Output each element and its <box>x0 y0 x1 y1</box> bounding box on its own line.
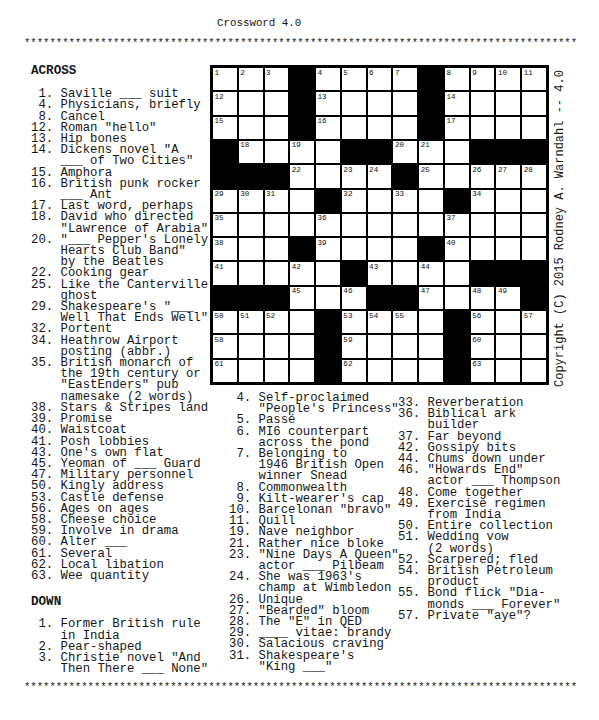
page-title: Crossword 4.0 <box>217 17 301 29</box>
clue-down-46: 46. "Howards End" actor ___ Thompson <box>398 465 560 487</box>
down-clue-list-2: 4. Self-proclaimed "People's Princess" 5… <box>229 393 399 673</box>
black-cell-r9c11 <box>470 261 496 285</box>
cell-r7c9[interactable] <box>418 213 444 237</box>
cell-r6c4[interactable] <box>289 189 315 213</box>
cell-r10c4[interactable]: 45 <box>289 286 315 310</box>
cell-r13c12[interactable] <box>495 359 521 383</box>
clue-down-55: 55. Bond flick "Dia- monds ___ Forever" <box>398 588 560 610</box>
cell-r2c1[interactable]: 12 <box>212 91 238 115</box>
cell-number: 42 <box>292 263 301 271</box>
cell-r8c3[interactable] <box>264 237 290 261</box>
cell-r8c5[interactable]: 39 <box>315 237 341 261</box>
cell-number: 35 <box>215 214 224 222</box>
clue-down-24: 24. She was 1963's champ at Wimbledon <box>229 572 399 594</box>
cell-number: 10 <box>498 69 507 77</box>
cell-r7c12[interactable] <box>495 213 521 237</box>
cell-r2c8[interactable] <box>392 91 418 115</box>
cell-number: 32 <box>343 190 352 198</box>
black-cell-r2c9 <box>418 91 444 115</box>
cell-r9c9[interactable]: 44 <box>418 261 444 285</box>
cell-r11c12[interactable] <box>495 310 521 334</box>
cell-r11c7[interactable]: 54 <box>367 310 393 334</box>
cell-r7c13[interactable] <box>521 213 547 237</box>
black-cell-r2c4 <box>289 91 315 115</box>
cell-r3c6[interactable] <box>341 116 367 140</box>
cell-r9c7[interactable]: 43 <box>367 261 393 285</box>
cell-r8c13[interactable] <box>521 237 547 261</box>
clue-down-57: 57. Private "aye"? <box>398 611 560 622</box>
cell-r7c5[interactable]: 36 <box>315 213 341 237</box>
cell-r10c5[interactable] <box>315 286 341 310</box>
black-cell-r12c10 <box>444 334 470 358</box>
cell-number: 44 <box>421 263 430 271</box>
cell-number: 22 <box>292 166 301 174</box>
cell-number: 15 <box>215 117 224 125</box>
cell-number: 45 <box>292 287 301 295</box>
cell-r13c3[interactable] <box>264 359 290 383</box>
cell-r12c6[interactable]: 59 <box>341 334 367 358</box>
clues-left-column: ACROSS 1. Saville ___ suit 4. Physicians… <box>31 66 208 675</box>
cell-r12c9[interactable] <box>418 334 444 358</box>
cell-r4c9[interactable]: 21 <box>418 140 444 164</box>
separator-top: ****************************************… <box>24 37 577 49</box>
cell-r13c8[interactable] <box>392 359 418 383</box>
cell-number: 3 <box>266 69 271 77</box>
cell-r6c6[interactable]: 32 <box>341 189 367 213</box>
black-cell-r4c12 <box>495 140 521 164</box>
black-cell-r5c1 <box>212 164 238 188</box>
cell-r3c2[interactable] <box>238 116 264 140</box>
cell-r3c1[interactable]: 15 <box>212 116 238 140</box>
cell-number: 7 <box>395 69 400 77</box>
cell-r8c7[interactable] <box>367 237 393 261</box>
cell-r12c11[interactable]: 60 <box>470 334 496 358</box>
cell-r6c1[interactable]: 29 <box>212 189 238 213</box>
cell-r8c8[interactable] <box>392 237 418 261</box>
cell-r8c11[interactable] <box>470 237 496 261</box>
clue-down-51: 51. Wedding vow (2 words) <box>398 532 560 554</box>
cell-number: 53 <box>343 312 352 320</box>
cell-number: 41 <box>215 263 224 271</box>
cell-r10c12[interactable]: 49 <box>495 286 521 310</box>
cell-r8c10[interactable]: 40 <box>444 237 470 261</box>
cell-number: 34 <box>472 190 481 198</box>
clue-down-31: 31. Shakespeare's "King ___" <box>229 651 399 673</box>
cell-r8c12[interactable] <box>495 237 521 261</box>
cell-r6c12[interactable] <box>495 189 521 213</box>
cell-number: 38 <box>215 239 224 247</box>
cell-number: 43 <box>369 263 378 271</box>
cell-r11c6[interactable]: 53 <box>341 310 367 334</box>
black-cell-r4c7 <box>367 140 393 164</box>
cell-number: 16 <box>318 117 327 125</box>
black-cell-r5c2 <box>238 164 264 188</box>
cell-r11c2[interactable]: 51 <box>238 310 264 334</box>
cell-r6c11[interactable]: 34 <box>470 189 496 213</box>
cell-number: 4 <box>318 69 323 77</box>
cell-r11c1[interactable]: 50 <box>212 310 238 334</box>
cell-r5c7[interactable]: 24 <box>367 164 393 188</box>
cell-number: 63 <box>472 360 481 368</box>
cell-r4c4[interactable]: 19 <box>289 140 315 164</box>
clue-down-7: 7. Belonging to 1946 British Open winner… <box>229 449 399 483</box>
black-cell-r4c13 <box>521 140 547 164</box>
cell-r1c10[interactable]: 8 <box>444 67 470 91</box>
cell-r2c5[interactable]: 13 <box>315 91 341 115</box>
cell-r7c3[interactable] <box>264 213 290 237</box>
cell-r2c13[interactable] <box>521 91 547 115</box>
black-cell-r13c10 <box>444 359 470 383</box>
cell-r4c3[interactable] <box>264 140 290 164</box>
cell-r7c4[interactable] <box>289 213 315 237</box>
cell-r13c6[interactable]: 62 <box>341 359 367 383</box>
cell-r13c2[interactable] <box>238 359 264 383</box>
black-cell-r6c10 <box>444 189 470 213</box>
cell-r6c9[interactable] <box>418 189 444 213</box>
clue-down-23: 23. "Nine Days A Queen" actor ___ Pilbea… <box>229 550 399 572</box>
clue-across-18: 18. David who directed "Lawrence of Arab… <box>31 212 208 234</box>
cell-number: 23 <box>343 166 352 174</box>
clue-across-14: 14. Dickens novel "A ___ of Two Cities" <box>31 145 208 167</box>
cell-number: 26 <box>472 166 481 174</box>
black-cell-r3c4 <box>289 116 315 140</box>
cell-number: 2 <box>240 69 245 77</box>
cell-number: 9 <box>472 69 477 77</box>
cell-r13c1[interactable]: 61 <box>212 359 238 383</box>
black-cell-r1c4 <box>289 67 315 91</box>
black-cell-r10c2 <box>238 286 264 310</box>
cell-r11c13[interactable]: 57 <box>521 310 547 334</box>
cell-r2c3[interactable] <box>264 91 290 115</box>
clue-down-3: 3. Christie novel "And Then There ___ No… <box>31 653 208 675</box>
cell-number: 17 <box>446 117 455 125</box>
cell-r12c13[interactable] <box>521 334 547 358</box>
cell-number: 5 <box>343 69 348 77</box>
cell-r4c10[interactable] <box>444 140 470 164</box>
cell-number: 19 <box>292 141 301 149</box>
black-cell-r11c10 <box>444 310 470 334</box>
copyright-notice: Copyright (C) 2015 Rodney A. Warndahl --… <box>553 57 567 387</box>
down-clue-list-1: 1. Former British rule in India 2. Pear-… <box>31 619 208 675</box>
cell-r6c8[interactable]: 33 <box>392 189 418 213</box>
cell-number: 29 <box>215 190 224 198</box>
cell-r10c6[interactable]: 46 <box>341 286 367 310</box>
cell-r2c12[interactable] <box>495 91 521 115</box>
cell-r10c10[interactable] <box>444 286 470 310</box>
cell-r1c11[interactable]: 9 <box>470 67 496 91</box>
black-cell-r10c3 <box>264 286 290 310</box>
black-cell-r8c9 <box>418 237 444 261</box>
down-header: DOWN <box>31 597 208 608</box>
black-cell-r4c1 <box>212 140 238 164</box>
cell-r7c11[interactable] <box>470 213 496 237</box>
cell-r2c2[interactable] <box>238 91 264 115</box>
cell-r7c8[interactable] <box>392 213 418 237</box>
cell-r5c13[interactable]: 28 <box>521 164 547 188</box>
cell-number: 6 <box>369 69 374 77</box>
cell-r11c3[interactable]: 52 <box>264 310 290 334</box>
cell-number: 55 <box>395 312 404 320</box>
cell-r12c12[interactable] <box>495 334 521 358</box>
separator-bottom: ****************************************… <box>24 681 577 693</box>
cell-r5c10[interactable] <box>444 164 470 188</box>
clue-down-54: 54. British Petroleum product <box>398 566 560 588</box>
cell-r2c6[interactable] <box>341 91 367 115</box>
cell-r11c4[interactable] <box>289 310 315 334</box>
black-cell-r5c3 <box>264 164 290 188</box>
black-cell-r13c5 <box>315 359 341 383</box>
cell-r6c7[interactable] <box>367 189 393 213</box>
cell-number: 46 <box>343 287 352 295</box>
cell-r9c10[interactable] <box>444 261 470 285</box>
cell-r5c9[interactable]: 25 <box>418 164 444 188</box>
clue-across-35: 35. British monarch of the 19th century … <box>31 358 208 403</box>
cell-number: 18 <box>240 141 249 149</box>
cell-number: 56 <box>472 312 481 320</box>
cell-number: 57 <box>524 312 533 320</box>
cell-r9c4[interactable]: 42 <box>289 261 315 285</box>
black-cell-r10c8 <box>392 286 418 310</box>
cell-r3c7[interactable] <box>367 116 393 140</box>
cell-number: 8 <box>446 69 451 77</box>
cell-r13c9[interactable] <box>418 359 444 383</box>
cell-r5c12[interactable]: 27 <box>495 164 521 188</box>
cell-number: 14 <box>446 93 455 101</box>
crossword-grid: 1234567891011121314151617181920212223242… <box>210 65 549 385</box>
cell-r4c8[interactable]: 20 <box>392 140 418 164</box>
cell-r11c8[interactable]: 55 <box>392 310 418 334</box>
cell-r13c13[interactable] <box>521 359 547 383</box>
cell-r8c1[interactable]: 38 <box>212 237 238 261</box>
across-header: ACROSS <box>31 66 208 77</box>
cell-r1c6[interactable]: 5 <box>341 67 367 91</box>
cell-r11c9[interactable] <box>418 310 444 334</box>
cell-r8c6[interactable] <box>341 237 367 261</box>
cell-r9c8[interactable] <box>392 261 418 285</box>
cell-r2c11[interactable] <box>470 91 496 115</box>
cell-r12c1[interactable]: 58 <box>212 334 238 358</box>
clue-across-34: 34. Heathrow Airport posting (abbr.) <box>31 336 208 358</box>
cell-number: 58 <box>215 336 224 344</box>
cell-number: 47 <box>421 287 430 295</box>
black-cell-r5c8 <box>392 164 418 188</box>
cell-number: 54 <box>369 312 378 320</box>
clue-across-16: 16. British punk rocker ___ Ant <box>31 179 208 201</box>
cell-number: 60 <box>472 336 481 344</box>
cell-r3c8[interactable] <box>392 116 418 140</box>
clue-across-29: 29. Shakespeare's "___ Well That Ends We… <box>31 302 208 324</box>
cell-r12c4[interactable] <box>289 334 315 358</box>
cell-number: 62 <box>343 360 352 368</box>
cell-r9c3[interactable] <box>264 261 290 285</box>
cell-number: 11 <box>524 69 533 77</box>
clue-across-20: 20. "___ Pepper's Lonely Hearts Club Ban… <box>31 235 208 269</box>
cell-number: 37 <box>446 214 455 222</box>
cell-r1c8[interactable]: 7 <box>392 67 418 91</box>
black-cell-r6c5 <box>315 189 341 213</box>
clue-down-1: 1. Former British rule in India <box>31 619 208 641</box>
cell-r5c4[interactable]: 22 <box>289 164 315 188</box>
cell-r1c13[interactable]: 11 <box>521 67 547 91</box>
cell-r2c7[interactable] <box>367 91 393 115</box>
cell-r13c4[interactable] <box>289 359 315 383</box>
black-cell-r9c6 <box>341 261 367 285</box>
cell-r6c3[interactable]: 31 <box>264 189 290 213</box>
cell-number: 40 <box>446 239 455 247</box>
cell-r2c10[interactable]: 14 <box>444 91 470 115</box>
cell-r7c2[interactable] <box>238 213 264 237</box>
clue-down-36: 36. Biblical ark builder <box>398 409 560 431</box>
cell-r3c11[interactable] <box>470 116 496 140</box>
cell-r5c6[interactable]: 23 <box>341 164 367 188</box>
clue-across-63: 63. Wee quantity <box>31 571 208 582</box>
cell-r12c3[interactable] <box>264 334 290 358</box>
cell-r6c13[interactable] <box>521 189 547 213</box>
cell-number: 33 <box>395 190 404 198</box>
cell-r1c12[interactable]: 10 <box>495 67 521 91</box>
cell-r4c5[interactable] <box>315 140 341 164</box>
cell-r1c7[interactable]: 6 <box>367 67 393 91</box>
cell-r9c5[interactable] <box>315 261 341 285</box>
black-cell-r12c5 <box>315 334 341 358</box>
cell-r3c3[interactable] <box>264 116 290 140</box>
cell-r5c11[interactable]: 26 <box>470 164 496 188</box>
cell-r5c5[interactable] <box>315 164 341 188</box>
black-cell-r10c7 <box>367 286 393 310</box>
black-cell-r11c5 <box>315 310 341 334</box>
cell-r12c8[interactable] <box>392 334 418 358</box>
cell-r9c1[interactable]: 41 <box>212 261 238 285</box>
crossword-page: Crossword 4.0 **************************… <box>0 0 599 720</box>
cell-r1c3[interactable]: 3 <box>264 67 290 91</box>
cell-r11c11[interactable]: 56 <box>470 310 496 334</box>
cell-number: 48 <box>472 287 481 295</box>
cell-r7c1[interactable]: 35 <box>212 213 238 237</box>
cell-r12c7[interactable] <box>367 334 393 358</box>
cell-number: 49 <box>498 287 507 295</box>
cell-r7c10[interactable]: 37 <box>444 213 470 237</box>
black-cell-r4c6 <box>341 140 367 164</box>
cell-r12c2[interactable] <box>238 334 264 358</box>
cell-number: 59 <box>343 336 352 344</box>
black-cell-r4c11 <box>470 140 496 164</box>
cell-number: 13 <box>318 93 327 101</box>
cell-number: 52 <box>266 312 275 320</box>
cell-number: 51 <box>240 312 249 320</box>
cell-number: 24 <box>369 166 378 174</box>
black-cell-r8c4 <box>289 237 315 261</box>
cell-r3c10[interactable]: 17 <box>444 116 470 140</box>
cell-number: 21 <box>421 141 430 149</box>
clue-down-49: 49. Exercise regimen from India <box>398 499 560 521</box>
cell-r1c1[interactable]: 1 <box>212 67 238 91</box>
down-clue-list-3: 33. Reverberation36. Biblical ark builde… <box>398 398 560 622</box>
cell-r9c2[interactable] <box>238 261 264 285</box>
cell-number: 50 <box>215 312 224 320</box>
cell-r4c2[interactable]: 18 <box>238 140 264 164</box>
cell-number: 27 <box>498 166 507 174</box>
cell-r6c2[interactable]: 30 <box>238 189 264 213</box>
cell-number: 25 <box>421 166 430 174</box>
clue-across-25: 25. Like the Canterville ghost <box>31 280 208 302</box>
cell-r13c11[interactable]: 63 <box>470 359 496 383</box>
cell-r7c6[interactable] <box>341 213 367 237</box>
cell-r3c12[interactable] <box>495 116 521 140</box>
cell-number: 1 <box>215 69 220 77</box>
cell-r10c11[interactable]: 48 <box>470 286 496 310</box>
black-cell-r9c13 <box>521 261 547 285</box>
clue-down-6: 6. MI6 counterpart across the pond <box>229 427 399 449</box>
cell-r8c2[interactable] <box>238 237 264 261</box>
black-cell-r9c12 <box>495 261 521 285</box>
cell-number: 36 <box>318 214 327 222</box>
black-cell-r10c13 <box>521 286 547 310</box>
clue-down-4: 4. Self-proclaimed "People's Princess" <box>229 393 399 415</box>
black-cell-r1c9 <box>418 67 444 91</box>
cell-r10c9[interactable]: 47 <box>418 286 444 310</box>
cell-r1c5[interactable]: 4 <box>315 67 341 91</box>
cell-r3c13[interactable] <box>521 116 547 140</box>
cell-number: 61 <box>215 360 224 368</box>
cell-number: 31 <box>266 190 275 198</box>
cell-r3c5[interactable]: 16 <box>315 116 341 140</box>
black-cell-r3c9 <box>418 116 444 140</box>
cell-r13c7[interactable] <box>367 359 393 383</box>
black-cell-r10c1 <box>212 286 238 310</box>
cell-number: 39 <box>318 239 327 247</box>
cell-r1c2[interactable]: 2 <box>238 67 264 91</box>
across-clue-list: 1. Saville ___ suit 4. Physicians, brief… <box>31 89 208 582</box>
cell-number: 20 <box>395 141 404 149</box>
cell-r7c7[interactable] <box>367 213 393 237</box>
cell-number: 28 <box>524 166 533 174</box>
cell-number: 30 <box>240 190 249 198</box>
cell-number: 12 <box>215 93 224 101</box>
